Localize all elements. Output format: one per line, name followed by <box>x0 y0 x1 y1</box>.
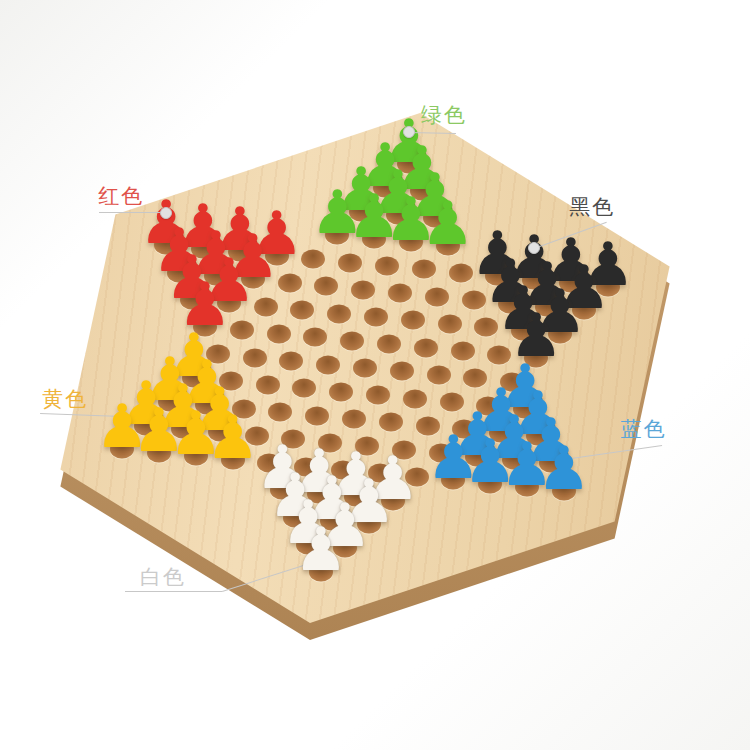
board-hole <box>390 362 414 381</box>
board-hole <box>366 386 390 405</box>
board-hole <box>303 328 327 347</box>
board-hole <box>364 308 388 327</box>
board-hole <box>292 379 316 398</box>
callout-dot-black <box>528 242 540 254</box>
board-hole <box>414 338 438 357</box>
label-white: 白色 <box>140 563 186 591</box>
board-hole <box>305 406 329 425</box>
board-hole <box>338 253 362 272</box>
board-hole <box>267 324 291 343</box>
callout-line-white-underline <box>125 591 222 592</box>
board-hole <box>377 335 401 354</box>
board-hole <box>425 287 449 306</box>
board-hole <box>403 389 427 408</box>
board-hole <box>316 355 340 374</box>
product-photo: 红色 绿色 黑色 蓝色 黄色 白色 ♟♟♟♟♟♟♟♟♟♟♟♟♟♟♟♟♟♟♟♟♟♟… <box>0 0 750 750</box>
label-green: 绿色 <box>421 101 467 129</box>
board-hole <box>290 301 314 320</box>
board-hole <box>329 382 353 401</box>
board-hole <box>379 413 403 432</box>
board-hole <box>375 257 399 276</box>
label-black: 黑色 <box>569 193 615 221</box>
board-hole <box>438 314 462 333</box>
board-hole <box>353 359 377 378</box>
chinese-checkers-board <box>0 0 750 750</box>
board-hole <box>314 277 338 296</box>
board-hole <box>243 348 267 367</box>
board-hole <box>340 331 364 350</box>
board-hole <box>401 311 425 330</box>
board-hole <box>451 342 475 361</box>
peg-blue: ♟ <box>533 437 595 499</box>
label-red: 红色 <box>98 182 144 210</box>
label-blue: 蓝色 <box>621 415 667 443</box>
board-hole <box>327 304 351 323</box>
peg-white: ♟ <box>290 518 352 580</box>
board-hole <box>427 365 451 384</box>
board-hole <box>279 352 303 371</box>
board-hole <box>351 280 375 299</box>
label-yellow: 黄色 <box>42 385 88 413</box>
callout-dot-green <box>403 126 415 138</box>
board-hole <box>256 375 280 394</box>
callout-dot-red <box>160 207 172 219</box>
board-hole <box>342 410 366 429</box>
board-hole <box>412 260 436 279</box>
board-hole <box>388 284 412 303</box>
board-hole <box>268 403 292 422</box>
